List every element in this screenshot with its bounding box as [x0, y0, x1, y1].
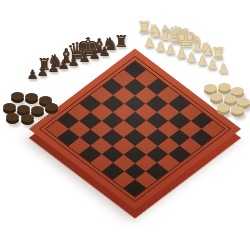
playing-field-8x8	[44, 60, 225, 198]
dark-pawn: ♟	[68, 55, 80, 68]
light-checker-disc	[231, 87, 244, 95]
dark-rook: ♜	[114, 34, 128, 50]
dark-checker-disc	[45, 103, 58, 111]
light-checker-disc	[204, 84, 217, 92]
light-checker-disc	[224, 95, 237, 103]
light-pawn: ♟	[218, 62, 230, 75]
light-checker-disc	[218, 83, 231, 91]
light-pawn: ♟	[207, 58, 219, 71]
dark-checker-disc	[31, 106, 44, 114]
chess-set-product-photo: ♜♞♝♛♚♝♞♜♟♟♟♟♟♟♟♟♜♞♝♛♚♝♞♜♟♟♟♟♟♟♟♟	[0, 0, 250, 250]
dark-checker-disc	[25, 93, 38, 101]
dark-checker-disc	[6, 113, 19, 121]
dark-checker-disc	[11, 92, 24, 100]
board-top-surface	[29, 48, 241, 209]
light-pawn: ♟	[165, 43, 177, 56]
dark-checker-disc	[3, 103, 16, 111]
light-pawn: ♟	[186, 51, 198, 64]
light-checker-disc	[217, 104, 230, 112]
dark-pawn: ♟	[37, 65, 49, 78]
dark-pawn: ♟	[99, 45, 111, 58]
light-checker-disc	[210, 93, 223, 101]
dark-checker-disc	[17, 105, 30, 113]
light-checker-disc	[231, 106, 244, 114]
light-pawn: ♟	[144, 36, 156, 49]
dark-checker-disc	[21, 114, 34, 122]
light-checker-disc	[237, 98, 250, 106]
